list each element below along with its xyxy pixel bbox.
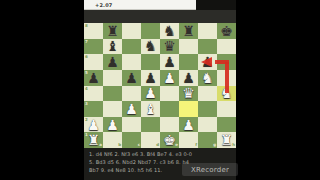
square-d2[interactable] [141,117,160,133]
black-bishop[interactable]: ♝ [103,39,122,55]
square-a8[interactable]: 8 [84,23,103,39]
rank-label: 7 [85,40,88,44]
white-rook[interactable]: ♜ [84,132,103,148]
square-e2[interactable] [160,117,179,133]
rank-label: 6 [85,55,88,59]
app-screen: +2.07 87654321abcdefgh♜♞♜♚♝♞♛♟♟♟♟♟♟♟♟♞♟♛… [0,0,320,180]
square-e4[interactable] [160,86,179,102]
white-pawn[interactable]: ♟ [141,86,160,102]
white-rook[interactable]: ♜ [217,132,236,148]
evaluation-bar: +2.07 [84,0,196,10]
square-c2[interactable] [122,117,141,133]
rank-label: 3 [85,102,88,106]
square-g3[interactable] [198,101,217,117]
square-a4[interactable]: 4 [84,86,103,102]
screen-recorder-watermark: XRecorder [182,163,238,176]
white-knight[interactable]: ♞ [198,70,217,86]
black-queen[interactable]: ♛ [160,39,179,55]
arrow-shaft-horizontal [215,60,229,64]
square-c8[interactable] [122,23,141,39]
black-pawn[interactable]: ♟ [160,54,179,70]
white-pawn[interactable]: ♟ [103,117,122,133]
top-spacer [84,10,236,23]
arrow-shaft-vertical [225,62,229,93]
square-a7[interactable]: 7 [84,39,103,55]
move-line-1[interactable]: 1. d4 Nf6 2. Nf3 e6 3. Bf4 Be7 4. e3 0-0 [84,150,236,158]
black-knight[interactable]: ♞ [141,39,160,55]
black-pawn[interactable]: ♟ [122,70,141,86]
square-d8[interactable] [141,23,160,39]
square-c4[interactable] [122,86,141,102]
square-b3[interactable] [103,101,122,117]
square-f1[interactable]: f [179,132,198,148]
square-h3[interactable] [217,101,236,117]
file-label: d [156,143,159,147]
white-queen[interactable]: ♛ [179,86,198,102]
app-content: +2.07 87654321abcdefgh♜♞♜♚♝♞♛♟♟♟♟♟♟♟♟♞♟♛… [84,0,236,180]
square-h2[interactable] [217,117,236,133]
square-e3[interactable] [160,101,179,117]
black-knight[interactable]: ♞ [160,23,179,39]
square-g2[interactable] [198,117,217,133]
square-b5[interactable] [103,70,122,86]
file-label: c [138,143,140,147]
square-d1[interactable]: d [141,132,160,148]
file-label: g [213,143,216,147]
white-pawn[interactable]: ♟ [179,117,198,133]
square-g7[interactable] [198,39,217,55]
right-letterbox-bar [236,0,320,180]
file-label: b [118,143,121,147]
black-king[interactable]: ♚ [217,23,236,39]
square-f3[interactable] [179,101,198,117]
rank-label: 4 [85,87,88,91]
chess-board[interactable]: 87654321abcdefgh♜♞♜♚♝♞♛♟♟♟♟♟♟♟♟♞♟♛♞♟♝♟♟♟… [84,23,236,148]
square-g4[interactable] [198,86,217,102]
square-d6[interactable] [141,54,160,70]
square-b1[interactable]: b [103,132,122,148]
black-pawn[interactable]: ♟ [103,54,122,70]
white-pawn[interactable]: ♟ [160,70,179,86]
black-rook[interactable]: ♜ [103,23,122,39]
evaluation-score: +2.07 [84,2,113,8]
watermark-label: XRecorder [191,166,229,174]
black-pawn[interactable]: ♟ [179,70,198,86]
square-c6[interactable] [122,54,141,70]
black-rook[interactable]: ♜ [179,23,198,39]
square-a3[interactable]: 3 [84,101,103,117]
rank-label: 8 [85,24,88,28]
square-a6[interactable]: 6 [84,54,103,70]
arrow-head [201,57,212,67]
white-pawn[interactable]: ♟ [84,117,103,133]
file-label: f [195,143,197,147]
white-pawn[interactable]: ♟ [122,101,141,117]
white-bishop[interactable]: ♝ [141,101,160,117]
square-c7[interactable] [122,39,141,55]
square-h7[interactable] [217,39,236,55]
black-pawn[interactable]: ♟ [84,70,103,86]
square-f6[interactable] [179,54,198,70]
black-pawn[interactable]: ♟ [141,70,160,86]
square-c1[interactable]: c [122,132,141,148]
top-bar: +2.07 [84,0,236,10]
left-letterbox-bar [0,0,84,180]
square-f7[interactable] [179,39,198,55]
white-king[interactable]: ♚ [160,132,179,148]
square-b4[interactable] [103,86,122,102]
square-g1[interactable]: g [198,132,217,148]
square-g8[interactable] [198,23,217,39]
